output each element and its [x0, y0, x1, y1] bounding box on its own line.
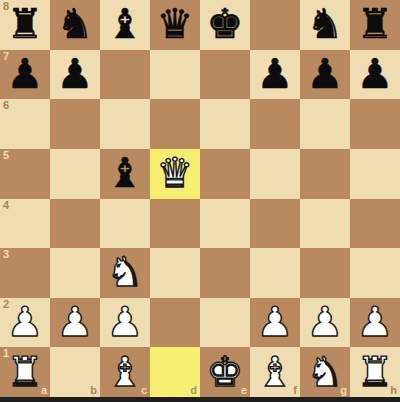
file-label-b: b: [90, 385, 97, 396]
piece-black-knight[interactable]: ♞: [57, 0, 94, 49]
square-g2[interactable]: ♟: [300, 298, 350, 348]
square-e7[interactable]: [200, 50, 250, 100]
square-f4[interactable]: [250, 199, 300, 249]
square-a5[interactable]: 5: [0, 149, 50, 199]
file-label-f: f: [293, 385, 297, 396]
square-h2[interactable]: ♟: [350, 298, 400, 348]
piece-white-rook[interactable]: ♜: [357, 348, 394, 397]
piece-black-rook[interactable]: ♜: [357, 0, 394, 49]
square-h1[interactable]: h♜: [350, 347, 400, 397]
square-e3[interactable]: [200, 248, 250, 298]
rank-label-4: 4: [3, 200, 9, 211]
square-e2[interactable]: [200, 298, 250, 348]
square-b2[interactable]: ♟: [50, 298, 100, 348]
square-c6[interactable]: [100, 99, 150, 149]
square-a1[interactable]: 1a♜: [0, 347, 50, 397]
square-h5[interactable]: [350, 149, 400, 199]
square-a8[interactable]: 8♜: [0, 0, 50, 50]
piece-black-pawn[interactable]: ♟: [7, 50, 44, 99]
square-a6[interactable]: 6: [0, 99, 50, 149]
square-a3[interactable]: 3: [0, 248, 50, 298]
square-b6[interactable]: [50, 99, 100, 149]
square-b8[interactable]: ♞: [50, 0, 100, 50]
square-f5[interactable]: [250, 149, 300, 199]
chess-board[interactable]: 8♜♞♝♛♚♞♜7♟♟♟♟♟65♝♛43♞2♟♟♟♟♟♟1a♜bc♝de♚f♝g…: [0, 0, 400, 397]
piece-white-knight[interactable]: ♞: [107, 248, 144, 297]
square-d5[interactable]: ♛: [150, 149, 200, 199]
square-g1[interactable]: g♞: [300, 347, 350, 397]
square-e8[interactable]: ♚: [200, 0, 250, 50]
square-c5[interactable]: ♝: [100, 149, 150, 199]
square-f8[interactable]: [250, 0, 300, 50]
square-e1[interactable]: e♚: [200, 347, 250, 397]
piece-white-queen[interactable]: ♛: [157, 149, 194, 198]
square-f3[interactable]: [250, 248, 300, 298]
square-h6[interactable]: [350, 99, 400, 149]
square-g6[interactable]: [300, 99, 350, 149]
piece-black-pawn[interactable]: ♟: [57, 50, 94, 99]
piece-white-pawn[interactable]: ♟: [57, 298, 94, 347]
square-b1[interactable]: b: [50, 347, 100, 397]
square-c4[interactable]: [100, 199, 150, 249]
square-c8[interactable]: ♝: [100, 0, 150, 50]
square-h8[interactable]: ♜: [350, 0, 400, 50]
piece-white-king[interactable]: ♚: [207, 348, 244, 397]
piece-black-knight[interactable]: ♞: [307, 0, 344, 49]
square-d8[interactable]: ♛: [150, 0, 200, 50]
square-c3[interactable]: ♞: [100, 248, 150, 298]
square-a7[interactable]: 7♟: [0, 50, 50, 100]
square-f2[interactable]: ♟: [250, 298, 300, 348]
rank-label-3: 3: [3, 249, 9, 260]
square-g8[interactable]: ♞: [300, 0, 350, 50]
square-c1[interactable]: c♝: [100, 347, 150, 397]
square-e6[interactable]: [200, 99, 250, 149]
file-label-d: d: [190, 385, 197, 396]
square-g4[interactable]: [300, 199, 350, 249]
square-d6[interactable]: [150, 99, 200, 149]
square-e5[interactable]: [200, 149, 250, 199]
piece-black-bishop[interactable]: ♝: [107, 0, 144, 49]
square-b7[interactable]: ♟: [50, 50, 100, 100]
square-g3[interactable]: [300, 248, 350, 298]
piece-white-pawn[interactable]: ♟: [257, 298, 294, 347]
square-d7[interactable]: [150, 50, 200, 100]
square-c2[interactable]: ♟: [100, 298, 150, 348]
square-g7[interactable]: ♟: [300, 50, 350, 100]
square-d4[interactable]: [150, 199, 200, 249]
square-a2[interactable]: 2♟: [0, 298, 50, 348]
piece-white-rook[interactable]: ♜: [7, 348, 44, 397]
piece-white-knight[interactable]: ♞: [307, 348, 344, 397]
square-a4[interactable]: 4: [0, 199, 50, 249]
square-h4[interactable]: [350, 199, 400, 249]
square-b3[interactable]: [50, 248, 100, 298]
piece-white-bishop[interactable]: ♝: [257, 348, 294, 397]
piece-white-bishop[interactable]: ♝: [107, 348, 144, 397]
square-f6[interactable]: [250, 99, 300, 149]
piece-black-bishop[interactable]: ♝: [107, 149, 144, 198]
rank-label-6: 6: [3, 100, 9, 111]
piece-black-king[interactable]: ♚: [207, 0, 244, 49]
square-d3[interactable]: [150, 248, 200, 298]
chess-app: 8♜♞♝♛♚♞♜7♟♟♟♟♟65♝♛43♞2♟♟♟♟♟♟1a♜bc♝de♚f♝g…: [0, 0, 400, 402]
piece-black-pawn[interactable]: ♟: [257, 50, 294, 99]
square-f1[interactable]: f♝: [250, 347, 300, 397]
square-d1[interactable]: d: [150, 347, 200, 397]
square-e4[interactable]: [200, 199, 250, 249]
piece-black-queen[interactable]: ♛: [157, 0, 194, 49]
square-h7[interactable]: ♟: [350, 50, 400, 100]
square-c7[interactable]: [100, 50, 150, 100]
piece-white-pawn[interactable]: ♟: [7, 298, 44, 347]
piece-black-rook[interactable]: ♜: [7, 0, 44, 49]
square-d2[interactable]: [150, 298, 200, 348]
piece-white-pawn[interactable]: ♟: [357, 298, 394, 347]
square-f7[interactable]: ♟: [250, 50, 300, 100]
square-b4[interactable]: [50, 199, 100, 249]
rank-label-5: 5: [3, 150, 9, 161]
square-h3[interactable]: [350, 248, 400, 298]
piece-white-pawn[interactable]: ♟: [107, 298, 144, 347]
bottom-bar: [0, 397, 400, 402]
piece-white-pawn[interactable]: ♟: [307, 298, 344, 347]
square-b5[interactable]: [50, 149, 100, 199]
square-g5[interactable]: [300, 149, 350, 199]
piece-black-pawn[interactable]: ♟: [307, 50, 344, 99]
piece-black-pawn[interactable]: ♟: [357, 50, 394, 99]
